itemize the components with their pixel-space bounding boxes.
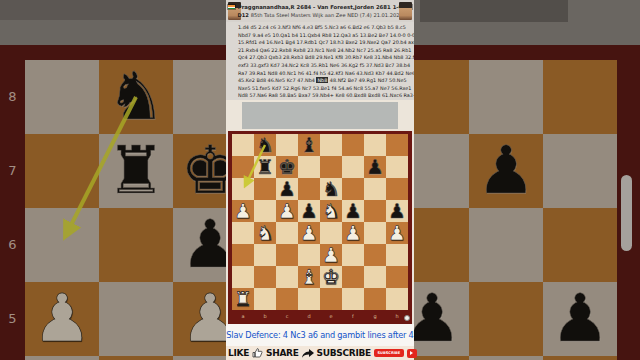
event-name: 85th Tata Steel Masters Wijk aan Zee NED… [251, 12, 403, 18]
square-d2[interactable]: ♝ [298, 266, 320, 288]
square-d6[interactable] [298, 178, 320, 200]
share-button[interactable]: SHARE [266, 348, 299, 358]
square-h4[interactable]: ♟ [386, 222, 408, 244]
square-f1[interactable] [342, 288, 364, 310]
white-pawn-a5[interactable]: ♟ [234, 200, 252, 222]
square-b5[interactable] [254, 200, 276, 222]
square-e3[interactable]: ♟ [320, 244, 342, 266]
black-knight-b8[interactable]: ♞ [256, 134, 274, 156]
square-g1[interactable] [364, 288, 386, 310]
caption-bar: Slav Defence: 4 Nc3 a6 and gambit lines … [226, 324, 414, 346]
white-bishop-d2[interactable]: ♝ [300, 266, 318, 288]
game-header: Praggnanandhaa,R 2684 - Van Foreest,Jord… [226, 0, 414, 22]
square-d8[interactable]: ♝ [298, 134, 320, 156]
square-e2[interactable]: ♚ [320, 266, 342, 288]
chess-board-squares[interactable]: ♞♝♜♚♟♟♞♟♟♟♞♟♟♞♟♟♟♟♝♚♜ [232, 134, 408, 310]
square-f6[interactable] [342, 178, 364, 200]
square-g4[interactable] [364, 222, 386, 244]
india-flag-icon [227, 4, 236, 10]
square-f4[interactable]: ♟ [342, 222, 364, 244]
move-list[interactable]: 1.d4 d5 2.c4 c6 3.Nf3 Nf6 4.e3 Bf5 5.Nc3… [226, 22, 414, 100]
white-king-e2[interactable]: ♚ [322, 266, 340, 288]
square-c3[interactable] [276, 244, 298, 266]
move-line[interactable]: 1.d4 d5 2.c4 c6 3.Nf3 Nf6 4.e3 Bf5 5.Nc3… [238, 24, 402, 32]
square-c2[interactable] [276, 266, 298, 288]
square-h8[interactable] [386, 134, 408, 156]
square-a4[interactable] [232, 222, 254, 244]
like-button[interactable]: LIKE [228, 348, 249, 358]
white-pawn-e3[interactable]: ♟ [322, 244, 340, 266]
video-frame: ♞♝♜♚♟♟♞♟♟♟♞♟♟♞♟♟♟♟♝♚♜ 8765 Praggnanandh [0, 0, 640, 360]
square-d7[interactable] [298, 156, 320, 178]
square-a5[interactable]: ♟ [232, 200, 254, 222]
square-h6[interactable] [386, 178, 408, 200]
square-e1[interactable] [320, 288, 342, 310]
file-label-a: a [232, 311, 254, 323]
black-pawn-c6[interactable]: ♟ [278, 178, 296, 200]
file-label-d: d [298, 311, 320, 323]
square-a2[interactable] [232, 266, 254, 288]
file-label-b: b [254, 311, 276, 323]
file-coordinate-labels: abcdefgh [232, 311, 408, 323]
white-rook-a1[interactable]: ♜ [234, 288, 252, 310]
white-pawn-h4[interactable]: ♟ [388, 222, 406, 244]
white-knight-b4[interactable]: ♞ [256, 222, 274, 244]
square-d1[interactable] [298, 288, 320, 310]
white-pawn-c5[interactable]: ♟ [278, 200, 296, 222]
square-c4[interactable] [276, 222, 298, 244]
share-arrow-icon[interactable] [302, 349, 314, 358]
move-line[interactable]: exf3 33.gxf3 Kd7 34.Nc2 Kc8 35.Rb1 Ne6 3… [238, 62, 402, 70]
square-f3[interactable] [342, 244, 364, 266]
square-b4[interactable]: ♞ [254, 222, 276, 244]
game-viewer-panel: Praggnanandhaa,R 2684 - Van Foreest,Jord… [226, 0, 414, 360]
move-line[interactable]: Ra7 39.Ra1 Nd8 40.Nc1 h6 41.f4 h5 42.Kf3… [238, 70, 402, 78]
play-triangle-icon [410, 351, 413, 355]
square-d3[interactable] [298, 244, 320, 266]
square-e4[interactable] [320, 222, 342, 244]
black-pawn-d5[interactable]: ♟ [300, 200, 318, 222]
square-g7[interactable]: ♟ [364, 156, 386, 178]
file-label-e: e [320, 311, 342, 323]
black-pawn-h5[interactable]: ♟ [388, 200, 406, 222]
square-a8[interactable] [232, 134, 254, 156]
eco-code: D12 [237, 12, 248, 18]
square-a1[interactable]: ♜ [232, 288, 254, 310]
square-g8[interactable] [364, 134, 386, 156]
black-bishop-d8[interactable]: ♝ [300, 134, 318, 156]
move-line[interactable]: Nbd7 9.a4 e5 10.Qa1 b4 11.Qxb4 Rb8 12.Qa… [238, 32, 402, 40]
header-text-block: Praggnanandhaa,R 2684 - Van Foreest,Jord… [241, 4, 399, 18]
black-pawn-g7[interactable]: ♟ [366, 156, 384, 178]
annotation-area [226, 100, 414, 131]
square-e8[interactable] [320, 134, 342, 156]
white-pawn-f4[interactable]: ♟ [344, 222, 362, 244]
square-g5[interactable] [364, 200, 386, 222]
square-b3[interactable] [254, 244, 276, 266]
square-e7[interactable] [320, 156, 342, 178]
black-player-photo [399, 2, 412, 20]
square-b1[interactable] [254, 288, 276, 310]
square-g3[interactable] [364, 244, 386, 266]
move-line[interactable]: Qc4 27.Qb3 Qxb3 28.Rxb3 Bd8 29.Ne1 Kf8 3… [238, 54, 402, 62]
square-c8[interactable] [276, 134, 298, 156]
square-h7[interactable] [386, 156, 408, 178]
black-king-c7[interactable]: ♚ [278, 156, 296, 178]
square-h1[interactable] [386, 288, 408, 310]
square-f7[interactable] [342, 156, 364, 178]
file-label-f: f [342, 311, 364, 323]
square-b7[interactable]: ♜ [254, 156, 276, 178]
square-f8[interactable] [342, 134, 364, 156]
white-pawn-d4[interactable]: ♟ [300, 222, 318, 244]
square-d5[interactable]: ♟ [298, 200, 320, 222]
youtube-icon[interactable] [407, 349, 417, 358]
move-line[interactable]: 15.Rfd1 e4 16.Ne1 Bg4 17.Rdb1 Qc7 18.h3 … [238, 39, 402, 47]
move-line[interactable]: 45.Ke2 Bd8 46.Ne5 Kc7 47.Nb4 Nb8 48.Nf2 … [238, 77, 402, 85]
black-pawn-f5[interactable]: ♟ [344, 200, 362, 222]
move-line[interactable]: Nd8 57.Na6 Ra8 58.Ba5 Bxa7 59.Nb4+ Ke8 6… [238, 92, 402, 100]
opening-caption: Slav Defence: 4 Nc3 a6 and gambit lines … [226, 330, 414, 340]
subscribe-button[interactable]: SUBSCRIBE [317, 348, 371, 358]
square-g6[interactable] [364, 178, 386, 200]
square-f2[interactable] [342, 266, 364, 288]
side-to-move-indicator [404, 315, 410, 321]
move-line[interactable]: Nxe5 51.fxe5 Kd7 52.Rg6 Nc7 53.Be1 f4 54… [238, 85, 402, 93]
square-a7[interactable] [232, 156, 254, 178]
square-a3[interactable] [232, 244, 254, 266]
square-g2[interactable] [364, 266, 386, 288]
black-rook-b7[interactable]: ♜ [256, 156, 274, 178]
file-label-g: g [364, 311, 386, 323]
actions-bar: LIKE SHARE SUBSCRIBE SUBSCRIBE [226, 346, 414, 360]
move-line[interactable]: 21.Rxb4 Qa6 22.Rxb8 Rxb8 23.Nc1 Ne8 24.N… [238, 47, 402, 55]
square-b6[interactable] [254, 178, 276, 200]
square-h3[interactable] [386, 244, 408, 266]
current-move[interactable]: Nb8 [316, 77, 328, 83]
square-a6[interactable] [232, 178, 254, 200]
square-c5[interactable]: ♟ [276, 200, 298, 222]
subscribe-pill-button[interactable]: SUBSCRIBE [374, 349, 404, 357]
annotation-box [242, 102, 398, 129]
file-label-c: c [276, 311, 298, 323]
square-c6[interactable]: ♟ [276, 178, 298, 200]
square-c7[interactable]: ♚ [276, 156, 298, 178]
square-d4[interactable]: ♟ [298, 222, 320, 244]
square-h2[interactable] [386, 266, 408, 288]
white-knight-e5[interactable]: ♞ [322, 200, 340, 222]
square-c1[interactable] [276, 288, 298, 310]
square-f5[interactable]: ♟ [342, 200, 364, 222]
square-b8[interactable]: ♞ [254, 134, 276, 156]
square-e6[interactable]: ♞ [320, 178, 342, 200]
black-knight-e6[interactable]: ♞ [322, 178, 340, 200]
chess-board[interactable]: ♞♝♜♚♟♟♞♟♟♟♞♟♟♞♟♟♟♟♝♚♜ abcdefgh [228, 131, 412, 324]
thumbs-up-icon[interactable] [252, 348, 263, 358]
square-e5[interactable]: ♞ [320, 200, 342, 222]
square-b2[interactable] [254, 266, 276, 288]
players-names: Praggnanandhaa,R 2684 - Van Foreest,Jord… [238, 4, 391, 10]
square-h5[interactable]: ♟ [386, 200, 408, 222]
